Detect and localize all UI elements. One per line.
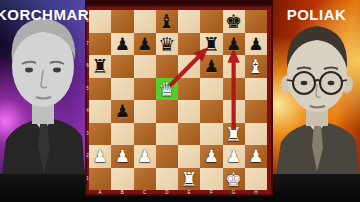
- square-h2: ♟: [245, 145, 267, 168]
- file-label-a: A: [89, 190, 111, 195]
- square-f3: [200, 123, 222, 146]
- left-player-panel: [0, 0, 85, 202]
- chess-board: ♝♚♟♟♛♜♟♟♜♟♝♛♟♜♟♟♟♟♟♟♜♚: [89, 10, 267, 190]
- white-pawn-f2: ♟: [204, 145, 219, 167]
- black-rook-f7: ♜: [203, 33, 220, 55]
- square-d8: ♝: [156, 10, 178, 33]
- square-b7: ♟: [111, 33, 133, 56]
- square-a2: ♟: [89, 145, 111, 168]
- square-a5: [89, 78, 111, 101]
- square-e2: [178, 145, 200, 168]
- white-pawn-g2: ♟: [226, 145, 241, 167]
- black-pawn-f6: ♟: [204, 55, 219, 77]
- white-queen-d5: ♛: [158, 78, 175, 100]
- square-b1: [111, 168, 133, 191]
- thumbnail: KORCHMAR POLIAK ♝♚♟♟♛♜♟♟♜♟♝♛♟♜♟♟♟♟♟♟♜♚ 8…: [0, 0, 360, 202]
- square-d5: ♛: [156, 78, 178, 101]
- white-pawn-h2: ♟: [248, 145, 263, 167]
- file-label-b: B: [111, 190, 133, 195]
- square-d3: [156, 123, 178, 146]
- square-b2: ♟: [111, 145, 133, 168]
- square-f2: ♟: [200, 145, 222, 168]
- square-a7: [89, 33, 111, 56]
- square-a8: [89, 10, 111, 33]
- rank-label-3: 3: [86, 123, 89, 146]
- rank-label-4: 4: [86, 100, 89, 123]
- white-pawn-a2: ♟: [93, 145, 108, 167]
- square-b8: [111, 10, 133, 33]
- square-f1: [200, 168, 222, 191]
- square-e7: [178, 33, 200, 56]
- poliak-portrait: [273, 12, 360, 174]
- rank-label-1: 1: [86, 168, 89, 191]
- square-e1: ♜: [178, 168, 200, 191]
- white-bishop-h6: ♝: [247, 55, 264, 77]
- left-player-name: KORCHMAR: [0, 0, 85, 28]
- black-queen-d7: ♛: [158, 33, 175, 55]
- square-e3: [178, 123, 200, 146]
- square-a1: [89, 168, 111, 191]
- white-rook-e1: ♜: [181, 168, 198, 190]
- square-d1: [156, 168, 178, 191]
- file-label-f: F: [200, 190, 222, 195]
- square-h3: [245, 123, 267, 146]
- square-c3: [134, 123, 156, 146]
- black-pawn-b7: ♟: [115, 33, 130, 55]
- square-a6: ♜: [89, 55, 111, 78]
- square-d2: [156, 145, 178, 168]
- file-label-d: D: [156, 190, 178, 195]
- file-label-g: G: [223, 190, 245, 195]
- black-king-g8: ♚: [225, 10, 242, 32]
- square-b3: [111, 123, 133, 146]
- square-e8: [178, 10, 200, 33]
- square-c8: [134, 10, 156, 33]
- square-g5: [223, 78, 245, 101]
- square-g6: [223, 55, 245, 78]
- board-panel: ♝♚♟♟♛♜♟♟♜♟♝♛♟♜♟♟♟♟♟♟♜♚ 87654321ABCDEFGH: [85, 0, 273, 202]
- black-pawn-b4: ♟: [115, 100, 130, 122]
- square-g4: [223, 100, 245, 123]
- square-d6: [156, 55, 178, 78]
- rank-label-7: 7: [86, 33, 89, 56]
- square-e5: [178, 78, 200, 101]
- square-b4: ♟: [111, 100, 133, 123]
- square-d7: ♛: [156, 33, 178, 56]
- black-rook-a6: ♜: [92, 55, 109, 77]
- square-g8: ♚: [223, 10, 245, 33]
- black-pawn-h7: ♟: [248, 33, 263, 55]
- square-e6: [178, 55, 200, 78]
- square-h7: ♟: [245, 33, 267, 56]
- square-a3: [89, 123, 111, 146]
- square-f4: [200, 100, 222, 123]
- square-h4: [245, 100, 267, 123]
- square-g3: ♜: [223, 123, 245, 146]
- square-h1: [245, 168, 267, 191]
- right-player-panel: [273, 0, 360, 202]
- square-h6: ♝: [245, 55, 267, 78]
- square-g1: ♚: [223, 168, 245, 191]
- file-label-c: C: [134, 190, 156, 195]
- board-frame: ♝♚♟♟♛♜♟♟♜♟♝♛♟♜♟♟♟♟♟♟♜♚ 87654321ABCDEFGH: [85, 5, 273, 196]
- black-bishop-d8: ♝: [158, 10, 175, 32]
- square-b5: [111, 78, 133, 101]
- square-c7: ♟: [134, 33, 156, 56]
- file-label-h: H: [245, 190, 267, 195]
- file-label-e: E: [178, 190, 200, 195]
- black-pawn-c7: ♟: [137, 33, 152, 55]
- square-c1: [134, 168, 156, 191]
- square-f7: ♜: [200, 33, 222, 56]
- square-f5: [200, 78, 222, 101]
- square-f8: [200, 10, 222, 33]
- rank-label-2: 2: [86, 145, 89, 168]
- square-e4: [178, 100, 200, 123]
- square-c5: [134, 78, 156, 101]
- square-d4: [156, 100, 178, 123]
- white-king-g1: ♚: [225, 168, 242, 190]
- right-player-name: POLIAK: [273, 0, 360, 28]
- square-f6: ♟: [200, 55, 222, 78]
- square-c6: [134, 55, 156, 78]
- rank-label-5: 5: [86, 78, 89, 101]
- rank-label-6: 6: [86, 55, 89, 78]
- white-rook-g3: ♜: [225, 123, 242, 145]
- square-h5: [245, 78, 267, 101]
- square-g2: ♟: [223, 145, 245, 168]
- white-pawn-c2: ♟: [137, 145, 152, 167]
- square-c4: [134, 100, 156, 123]
- square-h8: [245, 10, 267, 33]
- square-g7: ♟: [223, 33, 245, 56]
- white-pawn-b2: ♟: [115, 145, 130, 167]
- square-a4: [89, 100, 111, 123]
- black-pawn-g7: ♟: [226, 33, 241, 55]
- square-c2: ♟: [134, 145, 156, 168]
- korchmar-portrait: [0, 8, 85, 174]
- square-b6: [111, 55, 133, 78]
